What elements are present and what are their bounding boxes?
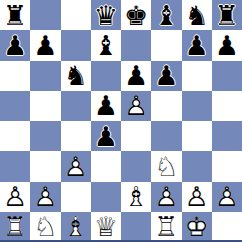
square-a5[interactable] (0, 91, 30, 121)
square-e2[interactable]: ♝♗ (121, 182, 151, 212)
square-g1[interactable]: ♚♔ (182, 212, 212, 242)
square-e4[interactable] (121, 121, 151, 151)
chess-board: ♜♛♚♝♞♜♟♟♝♟♟♞♟♟♟♟♙♟♟♙♞♘♟♙♟♙♝♗♟♙♟♙♟♙♜♖♞♘♝♗… (0, 0, 242, 242)
white-queen: ♛♕ (91, 212, 121, 242)
black-pawn: ♟ (121, 61, 151, 91)
chess-board-grid: ♜♛♚♝♞♜♟♟♝♟♟♞♟♟♟♟♙♟♟♙♞♘♟♙♟♙♝♗♟♙♟♙♟♙♜♖♞♘♝♗… (0, 0, 242, 242)
square-e3[interactable] (121, 151, 151, 181)
black-bishop: ♝ (151, 0, 181, 30)
white-bishop-outline: ♗ (61, 212, 91, 242)
square-h8[interactable]: ♜ (212, 0, 242, 30)
black-knight-glyph: ♞ (61, 61, 91, 91)
black-king-glyph: ♚ (121, 0, 151, 30)
square-e7[interactable] (121, 30, 151, 60)
square-c8[interactable] (61, 0, 91, 30)
square-b7[interactable]: ♟ (30, 30, 60, 60)
square-h6[interactable] (212, 61, 242, 91)
square-d2[interactable] (91, 182, 121, 212)
black-pawn-glyph: ♟ (151, 61, 181, 91)
white-pawn-outline: ♙ (212, 182, 242, 212)
square-a8[interactable]: ♜ (0, 0, 30, 30)
black-rook: ♜ (212, 0, 242, 30)
black-pawn-glyph: ♟ (91, 91, 121, 121)
white-rook: ♜♖ (151, 212, 181, 242)
square-h2[interactable]: ♟♙ (212, 182, 242, 212)
white-bishop: ♝♗ (121, 182, 151, 212)
square-g7[interactable]: ♟ (182, 30, 212, 60)
white-pawn-outline: ♙ (61, 151, 91, 181)
white-pawn: ♟♙ (121, 91, 151, 121)
square-b5[interactable] (30, 91, 60, 121)
white-pawn: ♟♙ (151, 182, 181, 212)
square-g2[interactable]: ♟♙ (182, 182, 212, 212)
square-f6[interactable]: ♟ (151, 61, 181, 91)
white-king-outline: ♔ (182, 212, 212, 242)
white-pawn-outline: ♙ (121, 91, 151, 121)
square-a4[interactable] (0, 121, 30, 151)
square-a2[interactable]: ♟♙ (0, 182, 30, 212)
square-e5[interactable]: ♟♙ (121, 91, 151, 121)
square-h3[interactable] (212, 151, 242, 181)
square-d4[interactable]: ♟ (91, 121, 121, 151)
square-g8[interactable]: ♞ (182, 0, 212, 30)
square-d1[interactable]: ♛♕ (91, 212, 121, 242)
square-h7[interactable]: ♟ (212, 30, 242, 60)
white-knight: ♞♘ (151, 151, 181, 181)
square-e1[interactable] (121, 212, 151, 242)
black-pawn-glyph: ♟ (182, 30, 212, 60)
black-pawn-glyph: ♟ (121, 61, 151, 91)
square-d8[interactable]: ♛ (91, 0, 121, 30)
white-knight-outline: ♘ (30, 212, 60, 242)
square-d6[interactable] (91, 61, 121, 91)
square-h4[interactable] (212, 121, 242, 151)
black-knight: ♞ (61, 61, 91, 91)
square-f3[interactable]: ♞♘ (151, 151, 181, 181)
white-pawn: ♟♙ (30, 182, 60, 212)
square-e8[interactable]: ♚ (121, 0, 151, 30)
white-pawn: ♟♙ (212, 182, 242, 212)
black-queen-glyph: ♛ (91, 0, 121, 30)
square-b3[interactable] (30, 151, 60, 181)
black-pawn-glyph: ♟ (212, 30, 242, 60)
black-pawn: ♟ (0, 30, 30, 60)
square-b8[interactable] (30, 0, 60, 30)
square-g6[interactable] (182, 61, 212, 91)
white-bishop: ♝♗ (61, 212, 91, 242)
square-h1[interactable] (212, 212, 242, 242)
white-knight: ♞♘ (30, 212, 60, 242)
black-knight: ♞ (182, 0, 212, 30)
white-pawn: ♟♙ (61, 151, 91, 181)
black-pawn-glyph: ♟ (0, 30, 30, 60)
white-queen-outline: ♕ (91, 212, 121, 242)
square-d7[interactable]: ♝ (91, 30, 121, 60)
square-c6[interactable]: ♞ (61, 61, 91, 91)
square-c5[interactable] (61, 91, 91, 121)
square-f2[interactable]: ♟♙ (151, 182, 181, 212)
black-pawn: ♟ (91, 91, 121, 121)
white-pawn: ♟♙ (0, 182, 30, 212)
square-g3[interactable] (182, 151, 212, 181)
square-b4[interactable] (30, 121, 60, 151)
square-f7[interactable] (151, 30, 181, 60)
white-pawn-outline: ♙ (151, 182, 181, 212)
black-rook-glyph: ♜ (0, 0, 30, 30)
black-pawn: ♟ (151, 61, 181, 91)
square-e6[interactable]: ♟ (121, 61, 151, 91)
square-f5[interactable] (151, 91, 181, 121)
square-c4[interactable] (61, 121, 91, 151)
black-rook-glyph: ♜ (212, 0, 242, 30)
square-g5[interactable] (182, 91, 212, 121)
square-c2[interactable] (61, 182, 91, 212)
black-pawn: ♟ (212, 30, 242, 60)
white-pawn-outline: ♙ (182, 182, 212, 212)
square-c3[interactable]: ♟♙ (61, 151, 91, 181)
white-rook-outline: ♖ (151, 212, 181, 242)
white-rook-outline: ♖ (0, 212, 30, 242)
square-b1[interactable]: ♞♘ (30, 212, 60, 242)
white-knight-outline: ♘ (151, 151, 181, 181)
white-king: ♚♔ (182, 212, 212, 242)
black-rook: ♜ (0, 0, 30, 30)
black-bishop: ♝ (91, 30, 121, 60)
white-rook: ♜♖ (0, 212, 30, 242)
square-b2[interactable]: ♟♙ (30, 182, 60, 212)
white-pawn-outline: ♙ (0, 182, 30, 212)
black-bishop-glyph: ♝ (151, 0, 181, 30)
white-pawn: ♟♙ (182, 182, 212, 212)
square-b6[interactable] (30, 61, 60, 91)
square-c1[interactable]: ♝♗ (61, 212, 91, 242)
black-knight-glyph: ♞ (182, 0, 212, 30)
square-a3[interactable] (0, 151, 30, 181)
square-d3[interactable] (91, 151, 121, 181)
black-pawn-glyph: ♟ (91, 121, 121, 151)
white-bishop-outline: ♗ (121, 182, 151, 212)
black-pawn-glyph: ♟ (30, 30, 60, 60)
white-pawn-outline: ♙ (30, 182, 60, 212)
square-d5[interactable]: ♟ (91, 91, 121, 121)
square-g4[interactable] (182, 121, 212, 151)
square-c7[interactable] (61, 30, 91, 60)
square-f1[interactable]: ♜♖ (151, 212, 181, 242)
square-f4[interactable] (151, 121, 181, 151)
square-h5[interactable] (212, 91, 242, 121)
black-pawn: ♟ (182, 30, 212, 60)
black-bishop-glyph: ♝ (91, 30, 121, 60)
black-pawn: ♟ (91, 121, 121, 151)
black-queen: ♛ (91, 0, 121, 30)
black-king: ♚ (121, 0, 151, 30)
square-f8[interactable]: ♝ (151, 0, 181, 30)
black-pawn: ♟ (30, 30, 60, 60)
square-a1[interactable]: ♜♖ (0, 212, 30, 242)
square-a6[interactable] (0, 61, 30, 91)
square-a7[interactable]: ♟ (0, 30, 30, 60)
